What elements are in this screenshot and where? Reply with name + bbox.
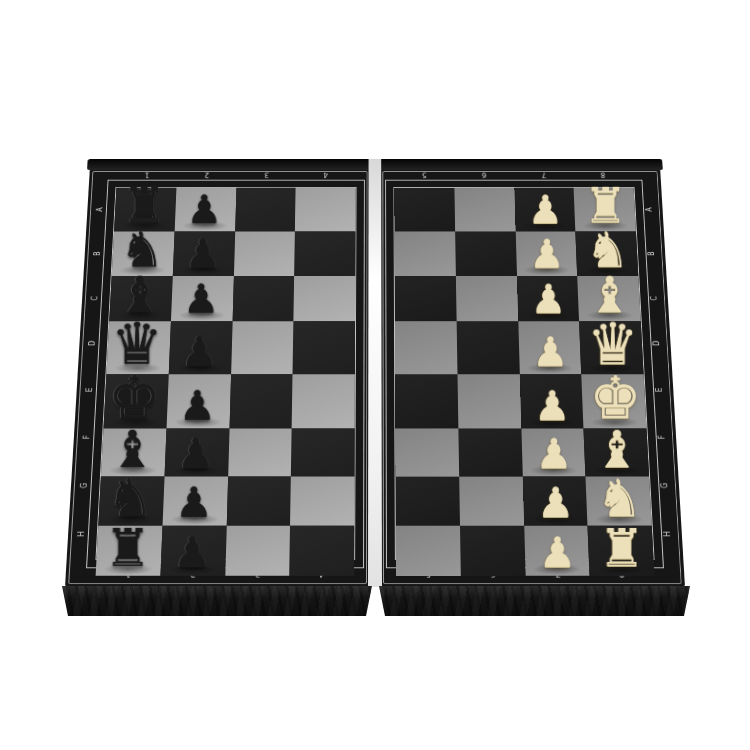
square-c7: ♟ (517, 276, 580, 321)
piece-white-pawn: ♟ (534, 386, 571, 427)
rank-label-2-bottom: 2 (160, 568, 225, 579)
square-a6 (454, 188, 515, 232)
piece-white-pawn: ♟ (528, 191, 563, 230)
case-base-right (379, 586, 690, 616)
file-label-c-right: C (629, 291, 681, 304)
rank-label-1-top: 1 (117, 171, 177, 179)
square-c6 (456, 276, 518, 321)
square-e5 (395, 374, 458, 428)
rank-label-7-bottom: 7 (525, 568, 590, 579)
piece-black-pawn: ♟ (176, 482, 213, 524)
square-g5 (396, 477, 460, 526)
square-e3 (229, 374, 293, 428)
piece-black-pawn: ♟ (184, 280, 220, 320)
product-photo: 1234 1234 ABCDEFGH ♜♟♞♟♝♟♛♟♚♟♝♟♞♟♜♟ 5678… (0, 0, 750, 750)
square-d5 (395, 321, 457, 374)
square-b5 (395, 231, 456, 275)
square-e4 (292, 374, 355, 428)
piece-white-knight: ♞ (597, 472, 643, 523)
square-d7: ♟ (518, 321, 582, 374)
square-c4 (294, 276, 356, 321)
square-f3 (228, 428, 292, 476)
square-g7: ♟ (522, 477, 587, 526)
square-f4 (291, 428, 355, 476)
file-label-f-right: F (636, 430, 689, 444)
piece-white-pawn: ♟ (532, 332, 568, 372)
square-d6 (456, 321, 519, 374)
square-f5 (395, 428, 459, 476)
rank-label-3-top: 3 (236, 171, 296, 179)
square-f2: ♟ (164, 428, 229, 476)
file-label-a-right: A (624, 203, 675, 216)
file-label-b-right: B (627, 247, 678, 260)
rank-label-6-bottom: 6 (460, 568, 525, 579)
file-label-g-left: G (58, 478, 112, 492)
file-label-h-left: H (55, 527, 109, 542)
square-f7: ♟ (521, 428, 586, 476)
piece-white-bishop: ♝ (595, 424, 641, 475)
rank-label-8-top: 8 (573, 171, 633, 179)
squares-grid-right: ♟♜♟♞♟♝♟♛♟♚♟♝♟♞♟♜ (394, 188, 653, 559)
square-e7: ♟ (519, 374, 583, 428)
square-b7: ♟ (515, 231, 577, 275)
rank-label-7-top: 7 (514, 171, 574, 179)
square-g2: ♟ (162, 477, 227, 526)
rank-label-6-top: 6 (454, 171, 514, 179)
piece-black-king: ♚ (109, 368, 161, 426)
rank-labels-bottom-left: 1234 (95, 568, 354, 579)
rank-labels-bottom-right: 5678 (396, 568, 655, 579)
piece-white-rook: ♜ (599, 522, 646, 574)
square-b4 (294, 231, 355, 275)
square-c2: ♟ (171, 276, 234, 321)
rank-label-5-top: 5 (394, 171, 454, 179)
rank-label-4-top: 4 (296, 171, 356, 179)
square-b2: ♟ (173, 231, 235, 275)
rank-label-5-bottom: 5 (396, 568, 461, 579)
piece-white-pawn: ♟ (529, 235, 564, 275)
piece-black-pawn: ♟ (178, 434, 215, 475)
square-e6 (457, 374, 521, 428)
board-raised-edge-right (377, 159, 663, 170)
square-a4 (295, 188, 356, 232)
piece-black-pawn: ♟ (181, 332, 217, 372)
square-g3 (226, 477, 291, 526)
board-right-half: 5678 5678 ABCDEFGH ♟♜♟♞♟♝♟♛♟♚♟♝♟♞♟♜ (380, 169, 685, 587)
square-a3 (235, 188, 296, 232)
piece-white-king: ♚ (589, 368, 641, 426)
file-label-b-left: B (72, 247, 123, 260)
fold-seam (368, 159, 382, 587)
piece-white-pawn: ♟ (537, 482, 574, 524)
square-a7: ♟ (514, 188, 576, 232)
square-b6 (455, 231, 517, 275)
square-g6 (459, 477, 524, 526)
file-label-d-right: D (631, 337, 683, 351)
rank-label-4-bottom: 4 (289, 568, 354, 579)
rank-label-3-bottom: 3 (225, 568, 290, 579)
square-b3 (233, 231, 295, 275)
square-g4 (290, 477, 354, 526)
rank-label-1-bottom: 1 (95, 568, 160, 579)
rank-label-8-bottom: 8 (589, 568, 654, 579)
square-a2: ♟ (174, 188, 236, 232)
square-d2: ♟ (169, 321, 233, 374)
square-d3 (231, 321, 294, 374)
square-c5 (395, 276, 457, 321)
square-e2: ♟ (166, 374, 230, 428)
square-a5 (394, 188, 455, 232)
chessboard: 1234 1234 ABCDEFGH ♜♟♞♟♝♟♛♟♚♟♝♟♞♟♜♟ 5678… (65, 169, 685, 587)
square-c3 (232, 276, 294, 321)
rank-label-2-top: 2 (177, 171, 237, 179)
piece-white-pawn: ♟ (531, 280, 567, 320)
board-raised-edge-left (87, 159, 373, 170)
file-label-c-left: C (70, 291, 122, 304)
play-area-right: ♟♜♟♞♟♝♟♛♟♚♟♝♟♞♟♜ (394, 188, 653, 559)
file-label-h-right: H (641, 527, 695, 542)
piece-black-knight: ♞ (107, 472, 153, 523)
file-label-e-left: E (64, 383, 117, 397)
file-label-a-left: A (75, 203, 126, 216)
board-left-half: 1234 1234 ABCDEFGH ♜♟♞♟♝♟♛♟♚♟♝♟♞♟♜♟ (65, 169, 370, 587)
square-d4 (293, 321, 355, 374)
file-label-e-right: E (634, 383, 687, 397)
case-base-left (62, 586, 372, 616)
piece-black-bishop: ♝ (110, 424, 156, 475)
file-label-f-left: F (61, 430, 114, 444)
piece-black-rook: ♜ (105, 522, 152, 574)
piece-black-pawn: ♟ (179, 386, 216, 427)
rank-labels-top-left: 1234 (117, 171, 356, 179)
rank-labels-top-right: 5678 (394, 171, 633, 179)
file-label-g-right: G (638, 478, 692, 492)
play-area-left: ♜♟♞♟♝♟♛♟♚♟♝♟♞♟♜♟ (97, 188, 356, 559)
file-label-d-left: D (67, 337, 119, 351)
squares-grid-left: ♜♟♞♟♝♟♛♟♚♟♝♟♞♟♜♟ (97, 188, 356, 559)
piece-black-pawn: ♟ (185, 235, 220, 275)
piece-black-pawn: ♟ (187, 191, 222, 230)
piece-white-pawn: ♟ (536, 434, 573, 475)
square-f6 (458, 428, 522, 476)
